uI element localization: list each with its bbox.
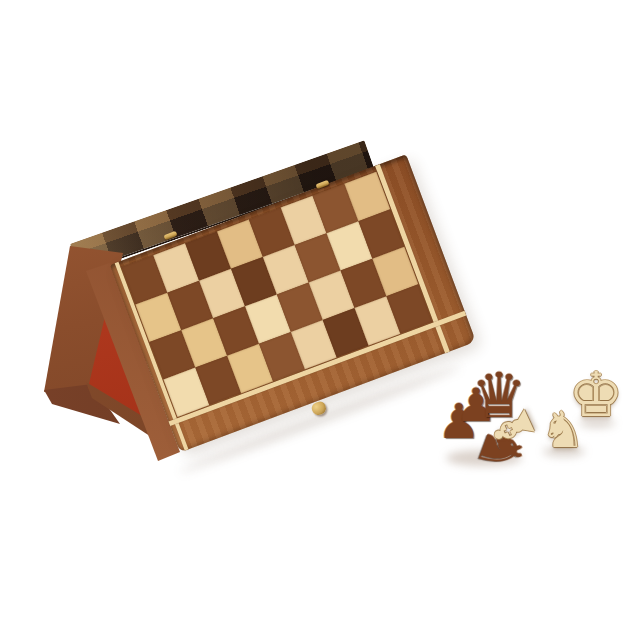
loose-pieces: ♟♟♛♞♝♞♚ xyxy=(0,0,625,625)
product-photo: ♟♟♛♞♝♞♚ xyxy=(0,0,625,625)
white-king-standing: ♚ xyxy=(568,364,624,426)
